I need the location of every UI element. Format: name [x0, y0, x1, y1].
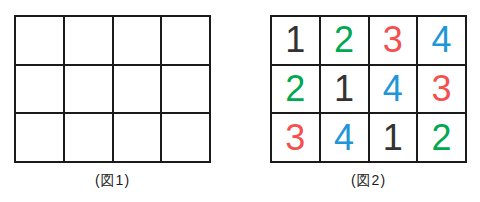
figure-1-cell-r3c4	[162, 114, 209, 161]
figure-1-label: (図1)	[95, 172, 130, 190]
figure-1-cell-r3c3	[114, 114, 161, 161]
figure-1-cell-r2c2	[65, 66, 112, 113]
figure-1-cell-r2c4	[162, 66, 209, 113]
figure-2-cell-r3c2: 4	[321, 114, 368, 161]
figure-2-grid: 123421433412	[270, 15, 467, 163]
figure-2-cell-r3c4: 2	[418, 114, 465, 161]
figure-diagram: (図1) 123421433412 (図2)	[0, 0, 480, 202]
figure-2-cell-r2c3: 4	[370, 66, 417, 113]
figure-1-cell-r1c4	[162, 17, 209, 64]
figure-2-cell-r1c1: 1	[272, 17, 319, 64]
figure-1-cell-r1c2	[65, 17, 112, 64]
figure-2-cell-r3c1: 3	[272, 114, 319, 161]
figure-1-cell-r3c2	[65, 114, 112, 161]
figure-2-cell-r3c3: 1	[370, 114, 417, 161]
figure-2-cell-r1c3: 3	[370, 17, 417, 64]
figure-2-label: (図2)	[351, 172, 386, 190]
figure-2-cell-r2c2: 1	[321, 66, 368, 113]
figure-1-cell-r2c1	[16, 66, 63, 113]
figure-2-cell-r2c1: 2	[272, 66, 319, 113]
figure-1-cell-r1c1	[16, 17, 63, 64]
figure-2-cell-r1c2: 2	[321, 17, 368, 64]
figure-2-cell-r1c4: 4	[418, 17, 465, 64]
figure-2-cell-r2c4: 3	[418, 66, 465, 113]
figure-1-cell-r2c3	[114, 66, 161, 113]
figure-1-grid	[14, 15, 211, 163]
figure-1: (図1)	[14, 15, 211, 190]
figure-1-cell-r1c3	[114, 17, 161, 64]
figure-2: 123421433412 (図2)	[270, 15, 467, 190]
figure-1-cell-r3c1	[16, 114, 63, 161]
